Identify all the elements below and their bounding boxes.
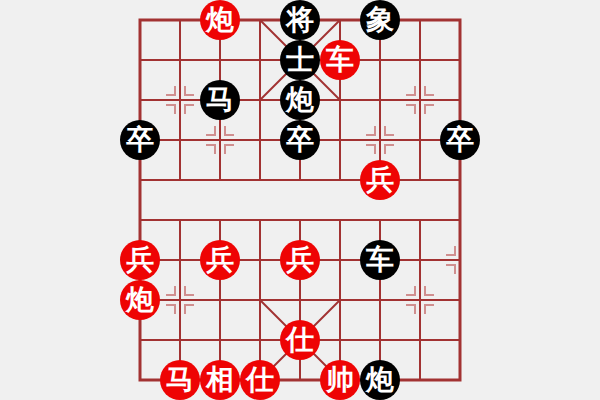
red-soldier[interactable]: 兵 bbox=[360, 160, 400, 200]
red-advisor[interactable]: 仕 bbox=[240, 360, 280, 400]
red-cannon[interactable]: 炮 bbox=[200, 0, 240, 40]
black-general[interactable]: 将 bbox=[280, 0, 320, 40]
black-advisor[interactable]: 士 bbox=[280, 40, 320, 80]
black-elephant[interactable]: 象 bbox=[360, 0, 400, 40]
black-cannon[interactable]: 炮 bbox=[280, 80, 320, 120]
black-horse[interactable]: 马 bbox=[200, 80, 240, 120]
black-soldier[interactable]: 卒 bbox=[280, 120, 320, 160]
red-elephant[interactable]: 相 bbox=[200, 360, 240, 400]
black-cannon[interactable]: 炮 bbox=[360, 360, 400, 400]
red-chariot[interactable]: 车 bbox=[320, 40, 360, 80]
red-soldier[interactable]: 兵 bbox=[280, 240, 320, 280]
red-horse[interactable]: 马 bbox=[160, 360, 200, 400]
red-soldier[interactable]: 兵 bbox=[200, 240, 240, 280]
pieces-layer: 炮将象士车马炮卒卒卒兵兵兵兵车炮仕马相仕帅炮 bbox=[120, 0, 480, 400]
red-general[interactable]: 帅 bbox=[320, 360, 360, 400]
red-advisor[interactable]: 仕 bbox=[280, 320, 320, 360]
red-cannon[interactable]: 炮 bbox=[120, 280, 160, 320]
black-chariot[interactable]: 车 bbox=[360, 240, 400, 280]
red-soldier[interactable]: 兵 bbox=[120, 240, 160, 280]
xiangqi-board: 炮将象士车马炮卒卒卒兵兵兵兵车炮仕马相仕帅炮 bbox=[0, 0, 600, 400]
black-soldier[interactable]: 卒 bbox=[120, 120, 160, 160]
black-soldier[interactable]: 卒 bbox=[440, 120, 480, 160]
